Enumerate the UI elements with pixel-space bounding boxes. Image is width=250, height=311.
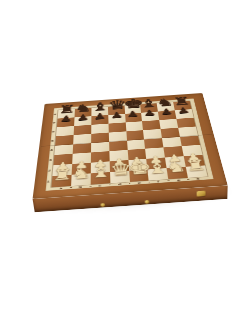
square-g4 [162, 136, 182, 147]
piece-black-pawn-h7: ♟ [169, 107, 196, 114]
scene: abcdefgh12345678 ♜♞♝♛♚♝♞♜♟♟♟♟♟♟♟♟♟♟♟♟♟♟♟… [0, 0, 250, 311]
square-f4 [144, 138, 163, 149]
piece-black-knight-g8: ♞ [151, 99, 178, 108]
square-f1 [147, 168, 168, 180]
pieces-layer: ♜♞♝♛♚♝♞♜♟♟♟♟♟♟♟♟♟♟♟♟♟♟♟♟♜♞♝♛♚♝♞♜ [44, 93, 202, 104]
rank-label-6: 6 [51, 130, 54, 132]
brass-hinge-icon [144, 199, 149, 203]
square-g1 [166, 166, 187, 178]
chess-set-product-photo: abcdefgh12345678 ♜♞♝♛♚♝♞♜♟♟♟♟♟♟♟♟♟♟♟♟♟♟♟… [0, 0, 250, 311]
brass-hinge-icon [100, 203, 105, 207]
square-d1 [109, 170, 129, 182]
brass-clasp-icon [196, 190, 205, 196]
rank-label-5: 5 [50, 139, 53, 141]
piece-black-knight-b8: ♞ [69, 104, 95, 113]
square-d4 [108, 140, 127, 151]
chess-board: abcdefgh12345678 ♜♞♝♛♚♝♞♜♟♟♟♟♟♟♟♟♟♟♟♟♟♟♟… [32, 93, 227, 199]
pawn-glyph: ♟ [174, 106, 193, 115]
perspective-tilt: abcdefgh12345678 ♜♞♝♛♚♝♞♜♟♟♟♟♟♟♟♟♟♟♟♟♟♟♟… [0, 0, 250, 311]
